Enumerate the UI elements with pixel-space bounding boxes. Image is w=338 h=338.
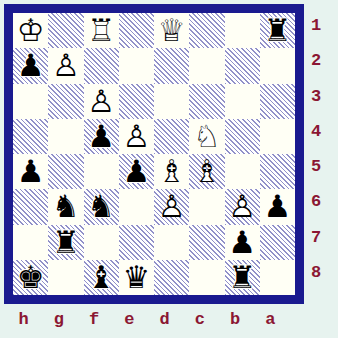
piece-outline: ♙ <box>87 86 115 117</box>
square-e1[interactable] <box>119 13 154 48</box>
square-d8[interactable] <box>154 260 189 295</box>
square-c7[interactable] <box>189 225 224 260</box>
square-e6[interactable] <box>119 189 154 224</box>
black-rook[interactable]: ♜ <box>225 260 260 295</box>
square-e5[interactable]: ♟ <box>119 154 154 189</box>
file-label-e: e <box>112 304 147 334</box>
white-pawn[interactable]: ♟♙ <box>48 48 83 83</box>
piece-glyph: ♟ <box>17 50 45 81</box>
square-a8[interactable] <box>260 260 295 295</box>
square-c5[interactable]: ♝♗ <box>189 154 224 189</box>
rank-labels: 12345678 <box>304 13 328 295</box>
piece-outline: ♖ <box>87 15 115 46</box>
black-pawn[interactable]: ♟ <box>225 225 260 260</box>
square-h1[interactable]: ♚♔ <box>13 13 48 48</box>
white-pawn[interactable]: ♟♙ <box>84 84 119 119</box>
white-bishop[interactable]: ♝♗ <box>154 154 189 189</box>
file-label-a: a <box>253 304 288 334</box>
square-b8[interactable]: ♜ <box>225 260 260 295</box>
rank-label-7: 7 <box>304 220 328 255</box>
square-h2[interactable]: ♟ <box>13 48 48 83</box>
black-rook[interactable]: ♜ <box>48 225 83 260</box>
square-h8[interactable]: ♚ <box>13 260 48 295</box>
square-f7[interactable] <box>84 225 119 260</box>
square-f2[interactable] <box>84 48 119 83</box>
piece-glyph: ♟ <box>87 121 115 152</box>
chess-board: ♚♔♜♖♛♕♜♟♟♙♟♙♟♟♙♞♘♟♟♝♗♝♗♞♞♟♙♟♙♟♜♟♚♝♛♜ <box>13 13 295 295</box>
rank-label-6: 6 <box>304 184 328 219</box>
rank-label-1: 1 <box>304 8 328 43</box>
black-pawn[interactable]: ♟ <box>119 154 154 189</box>
square-d2[interactable] <box>154 48 189 83</box>
square-g4[interactable] <box>48 119 83 154</box>
square-g6[interactable]: ♞ <box>48 189 83 224</box>
square-b2[interactable] <box>225 48 260 83</box>
square-d3[interactable] <box>154 84 189 119</box>
file-label-g: g <box>41 304 76 334</box>
square-c6[interactable] <box>189 189 224 224</box>
square-h4[interactable] <box>13 119 48 154</box>
piece-glyph: ♜ <box>228 262 256 293</box>
square-c2[interactable] <box>189 48 224 83</box>
square-a7[interactable] <box>260 225 295 260</box>
square-g2[interactable]: ♟♙ <box>48 48 83 83</box>
square-d6[interactable]: ♟♙ <box>154 189 189 224</box>
piece-glyph: ♚ <box>17 262 45 293</box>
square-a6[interactable]: ♟ <box>260 189 295 224</box>
square-a4[interactable] <box>260 119 295 154</box>
piece-glyph: ♟ <box>122 156 150 187</box>
file-labels: hgfedcba <box>13 304 295 334</box>
square-b3[interactable] <box>225 84 260 119</box>
file-label-h: h <box>6 304 41 334</box>
square-h5[interactable]: ♟ <box>13 154 48 189</box>
square-b4[interactable] <box>225 119 260 154</box>
piece-glyph: ♞ <box>87 191 115 222</box>
square-d1[interactable]: ♛♕ <box>154 13 189 48</box>
square-f6[interactable]: ♞ <box>84 189 119 224</box>
white-rook[interactable]: ♜♖ <box>84 13 119 48</box>
piece-glyph: ♜ <box>52 227 80 258</box>
black-pawn[interactable]: ♟ <box>13 48 48 83</box>
square-d5[interactable]: ♝♗ <box>154 154 189 189</box>
square-f5[interactable] <box>84 154 119 189</box>
file-label-c: c <box>182 304 217 334</box>
piece-glyph: ♟ <box>263 191 291 222</box>
square-g7[interactable]: ♜ <box>48 225 83 260</box>
square-b5[interactable] <box>225 154 260 189</box>
square-a5[interactable] <box>260 154 295 189</box>
square-f1[interactable]: ♜♖ <box>84 13 119 48</box>
square-b1[interactable] <box>225 13 260 48</box>
square-g8[interactable] <box>48 260 83 295</box>
rank-label-4: 4 <box>304 114 328 149</box>
piece-glyph: ♜ <box>263 15 291 46</box>
square-h7[interactable] <box>13 225 48 260</box>
file-label-b: b <box>218 304 253 334</box>
square-c3[interactable] <box>189 84 224 119</box>
piece-glyph: ♝ <box>87 262 115 293</box>
square-b7[interactable]: ♟ <box>225 225 260 260</box>
rank-label-5: 5 <box>304 149 328 184</box>
piece-glyph: ♛ <box>122 262 150 293</box>
square-f4[interactable]: ♟ <box>84 119 119 154</box>
white-king[interactable]: ♚♔ <box>13 13 48 48</box>
piece-glyph: ♞ <box>52 191 80 222</box>
chess-diagram: ♚♔♜♖♛♕♜♟♟♙♟♙♟♟♙♞♘♟♟♝♗♝♗♞♞♟♙♟♙♟♜♟♚♝♛♜ 123… <box>0 0 338 338</box>
square-g1[interactable] <box>48 13 83 48</box>
piece-glyph: ♟ <box>17 156 45 187</box>
square-e7[interactable] <box>119 225 154 260</box>
piece-outline: ♙ <box>158 191 186 222</box>
square-c4[interactable]: ♞♘ <box>189 119 224 154</box>
black-knight[interactable]: ♞ <box>84 189 119 224</box>
white-bishop[interactable]: ♝♗ <box>189 154 224 189</box>
piece-outline: ♘ <box>193 121 221 152</box>
white-pawn[interactable]: ♟♙ <box>119 119 154 154</box>
file-label-f: f <box>77 304 112 334</box>
piece-outline: ♙ <box>228 191 256 222</box>
rank-label-3: 3 <box>304 79 328 114</box>
square-g3[interactable] <box>48 84 83 119</box>
black-pawn[interactable]: ♟ <box>13 154 48 189</box>
rank-label-8: 8 <box>304 255 328 290</box>
square-h6[interactable] <box>13 189 48 224</box>
square-d7[interactable] <box>154 225 189 260</box>
piece-outline: ♙ <box>122 121 150 152</box>
black-queen[interactable]: ♛ <box>119 260 154 295</box>
square-f3[interactable]: ♟♙ <box>84 84 119 119</box>
square-f8[interactable]: ♝ <box>84 260 119 295</box>
white-pawn[interactable]: ♟♙ <box>225 189 260 224</box>
square-d4[interactable] <box>154 119 189 154</box>
piece-outline: ♙ <box>52 50 80 81</box>
piece-outline: ♔ <box>17 15 45 46</box>
piece-outline: ♗ <box>193 156 221 187</box>
black-king[interactable]: ♚ <box>13 260 48 295</box>
square-c8[interactable] <box>189 260 224 295</box>
black-bishop[interactable]: ♝ <box>84 260 119 295</box>
square-a3[interactable] <box>260 84 295 119</box>
square-g5[interactable] <box>48 154 83 189</box>
black-rook[interactable]: ♜ <box>260 13 295 48</box>
board-frame: ♚♔♜♖♛♕♜♟♟♙♟♙♟♟♙♞♘♟♟♝♗♝♗♞♞♟♙♟♙♟♜♟♚♝♛♜ <box>4 4 304 304</box>
square-a1[interactable]: ♜ <box>260 13 295 48</box>
square-e4[interactable]: ♟♙ <box>119 119 154 154</box>
black-pawn[interactable]: ♟ <box>260 189 295 224</box>
piece-outline: ♕ <box>158 15 186 46</box>
square-h3[interactable] <box>13 84 48 119</box>
piece-glyph: ♟ <box>228 227 256 258</box>
piece-outline: ♗ <box>158 156 186 187</box>
rank-label-2: 2 <box>304 43 328 78</box>
black-knight[interactable]: ♞ <box>48 189 83 224</box>
square-e3[interactable] <box>119 84 154 119</box>
square-a2[interactable] <box>260 48 295 83</box>
white-pawn[interactable]: ♟♙ <box>154 189 189 224</box>
square-c1[interactable] <box>189 13 224 48</box>
square-b6[interactable]: ♟♙ <box>225 189 260 224</box>
white-queen[interactable]: ♛♕ <box>154 13 189 48</box>
white-knight[interactable]: ♞♘ <box>189 119 224 154</box>
square-e2[interactable] <box>119 48 154 83</box>
file-label-d: d <box>147 304 182 334</box>
square-e8[interactable]: ♛ <box>119 260 154 295</box>
black-pawn[interactable]: ♟ <box>84 119 119 154</box>
